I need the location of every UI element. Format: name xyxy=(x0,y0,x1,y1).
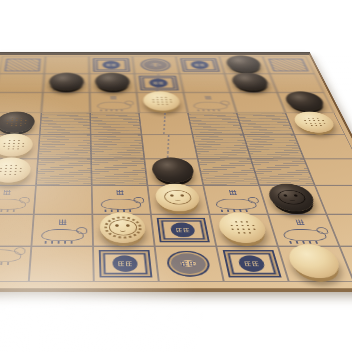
cell-r9c5[interactable] xyxy=(216,246,289,282)
printed-character xyxy=(126,261,132,266)
animal-drawing-print xyxy=(0,249,22,262)
printed-character xyxy=(176,228,182,232)
cell-r3c5[interactable] xyxy=(183,92,236,112)
cell-r7c4[interactable] xyxy=(147,185,209,214)
animal-square-print-cat xyxy=(34,216,90,244)
animal-drawing-print xyxy=(281,229,328,241)
cell-r3c7[interactable] xyxy=(277,92,334,112)
cell-r5c5[interactable] xyxy=(193,135,251,159)
cell-r3c3[interactable] xyxy=(90,92,139,112)
cell-r8c2[interactable] xyxy=(31,214,93,246)
printed-character xyxy=(112,64,116,66)
cell-r1c1[interactable] xyxy=(0,56,46,73)
animal-square-print-elephant xyxy=(0,187,33,213)
den-label xyxy=(140,59,172,72)
trap-label xyxy=(170,223,196,238)
animal-square-print-wolf xyxy=(94,187,148,213)
cell-r5c7[interactable] xyxy=(294,135,352,159)
cell-r4c6[interactable] xyxy=(237,113,295,135)
trap-square-print xyxy=(139,76,179,90)
cell-r3c1[interactable] xyxy=(0,92,43,112)
animal-drawing-print xyxy=(215,199,258,210)
cell-r2c5[interactable] xyxy=(179,74,230,93)
trap-square-print xyxy=(223,250,282,277)
trap-square-print xyxy=(157,218,210,243)
cell-r1c6[interactable] xyxy=(219,56,269,73)
printed-character xyxy=(151,64,155,66)
cell-r6c3[interactable] xyxy=(91,159,147,185)
cell-r4c4[interactable] xyxy=(139,113,193,135)
trap-label xyxy=(112,255,138,271)
cell-r2c3[interactable] xyxy=(89,74,136,93)
black-disc-piece[interactable] xyxy=(151,157,196,182)
animal-drawing-print xyxy=(97,102,131,110)
trap-square-print xyxy=(180,58,220,71)
white-disc-piece[interactable] xyxy=(142,91,181,110)
animal-drawing-print xyxy=(41,229,84,241)
cell-r6c2[interactable] xyxy=(36,159,92,185)
cell-r1c5[interactable] xyxy=(176,56,225,73)
animal-square-print-leopard xyxy=(92,94,137,112)
trap-square-print xyxy=(99,250,153,277)
black-disc-piece[interactable] xyxy=(49,73,84,91)
animal-face-engraving xyxy=(275,190,307,204)
cell-r5c3[interactable] xyxy=(91,135,145,159)
cell-r8c4[interactable] xyxy=(151,214,216,246)
printed-character xyxy=(200,64,205,66)
cell-r9c2[interactable] xyxy=(29,246,94,282)
cell-r8c3[interactable] xyxy=(92,214,154,246)
white-disc-piece[interactable] xyxy=(99,212,146,243)
printed-character xyxy=(156,64,160,66)
cell-r6c1[interactable] xyxy=(0,159,38,185)
cell-r9c3[interactable] xyxy=(93,246,159,282)
cell-r2c4[interactable] xyxy=(134,74,183,93)
animal-name-print xyxy=(227,187,238,197)
printed-character xyxy=(195,64,200,66)
den-label xyxy=(166,251,212,277)
ornate-corner-print xyxy=(268,59,309,72)
cell-r4c5[interactable] xyxy=(188,113,244,135)
cell-r1c2[interactable] xyxy=(44,56,89,73)
printed-character xyxy=(252,261,259,266)
printed-character xyxy=(183,228,189,232)
animal-name-print xyxy=(2,187,12,197)
printed-character xyxy=(59,220,66,225)
board-grid xyxy=(0,56,352,281)
cell-r5c2[interactable] xyxy=(38,135,91,159)
trap-label xyxy=(149,79,169,88)
lion-engraving xyxy=(108,220,137,236)
black-disc-piece[interactable] xyxy=(282,91,327,110)
animal-square-print-dog xyxy=(271,216,336,244)
white-disc-piece[interactable] xyxy=(154,184,202,212)
printed-character xyxy=(244,261,251,266)
animal-name-print xyxy=(204,94,213,101)
den-square-print xyxy=(136,58,176,72)
animal-drawing-print xyxy=(193,102,229,110)
cell-r8c1[interactable] xyxy=(0,214,34,246)
printed-character xyxy=(189,261,196,266)
cell-r6c4[interactable] xyxy=(144,159,203,185)
black-disc-piece[interactable] xyxy=(95,73,131,91)
animal-square-print-corner xyxy=(0,248,28,279)
animal-name-print xyxy=(110,94,118,101)
cell-r7c3[interactable] xyxy=(92,185,151,214)
trap-square-print xyxy=(93,58,130,71)
printed-character xyxy=(229,190,237,195)
cell-r4c7[interactable] xyxy=(285,113,345,135)
cell-r1c3[interactable] xyxy=(89,56,134,73)
cell-r7c5[interactable] xyxy=(203,185,268,214)
white-disc-piece[interactable] xyxy=(285,244,345,278)
cell-r8c5[interactable] xyxy=(209,214,277,246)
animal-name-print xyxy=(294,217,307,228)
printed-character xyxy=(117,190,124,195)
cell-r1c4[interactable] xyxy=(132,56,179,73)
indistinct-engraving xyxy=(301,117,327,127)
cell-r7c1[interactable] xyxy=(0,185,36,214)
cell-r3c4[interactable] xyxy=(137,92,188,112)
cell-r2c6[interactable] xyxy=(225,74,278,93)
cell-r9c1[interactable] xyxy=(0,246,31,282)
printed-character xyxy=(111,96,117,99)
animal-square-print-wolf xyxy=(186,94,234,112)
white-disc-piece[interactable] xyxy=(216,212,269,243)
trap-label xyxy=(102,61,120,69)
indistinct-engraving xyxy=(4,117,27,127)
cell-r5c1[interactable] xyxy=(0,135,40,159)
indistinct-engraving xyxy=(227,220,257,235)
cell-r1c7[interactable] xyxy=(263,56,315,73)
cell-r2c7[interactable] xyxy=(270,74,324,93)
trap-label xyxy=(237,255,266,271)
white-disc-piece[interactable] xyxy=(291,112,338,133)
cell-r2c2[interactable] xyxy=(43,74,90,93)
photo-background xyxy=(0,0,352,352)
printed-character xyxy=(181,261,188,266)
cell-r4c3[interactable] xyxy=(90,113,141,135)
stream-line xyxy=(163,113,166,135)
animal-name-print xyxy=(58,217,67,228)
animal-name-print xyxy=(116,187,125,197)
printed-character xyxy=(159,82,164,85)
indistinct-engraving xyxy=(0,164,22,176)
den-square-print xyxy=(160,249,218,278)
animal-drawing-print xyxy=(100,199,141,210)
indistinct-engraving xyxy=(150,96,172,105)
printed-character xyxy=(118,261,124,266)
printed-character xyxy=(205,96,212,99)
white-disc-piece[interactable] xyxy=(0,157,32,182)
printed-character xyxy=(153,82,158,85)
cell-r9c4[interactable] xyxy=(155,246,224,282)
cell-r4c1[interactable] xyxy=(0,113,41,135)
cell-r7c2[interactable] xyxy=(34,185,93,214)
ornate-corner-print xyxy=(4,59,40,72)
printed-character xyxy=(106,64,110,66)
black-disc-piece[interactable] xyxy=(224,55,263,72)
black-disc-piece[interactable] xyxy=(265,184,318,212)
feline-engraving xyxy=(163,190,192,204)
cell-r6c5[interactable] xyxy=(198,159,259,185)
stream-line xyxy=(167,135,170,159)
black-disc-piece[interactable] xyxy=(0,112,36,133)
animal-drawing-print xyxy=(0,199,26,210)
cell-r4c2[interactable] xyxy=(40,113,91,135)
indistinct-engraving xyxy=(1,139,25,150)
cell-r3c6[interactable] xyxy=(230,92,285,112)
cell-r5c4[interactable] xyxy=(142,135,198,159)
cell-r2c1[interactable] xyxy=(0,74,44,93)
animal-square-print-leopard xyxy=(206,187,265,213)
white-disc-piece[interactable] xyxy=(0,134,34,157)
trap-label xyxy=(190,61,210,69)
cell-r3c2[interactable] xyxy=(41,92,90,112)
stream-line xyxy=(156,74,159,93)
jungle-board xyxy=(0,53,352,292)
black-disc-piece[interactable] xyxy=(230,73,271,91)
printed-character xyxy=(296,220,305,225)
printed-character xyxy=(3,190,10,195)
